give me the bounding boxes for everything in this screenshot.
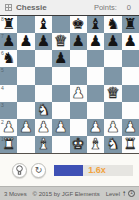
square-d7[interactable]: ♛ bbox=[52, 33, 69, 50]
app-grid-icon bbox=[5, 4, 12, 11]
square-f1[interactable]: ♝ bbox=[87, 136, 104, 153]
white-pawn-a2[interactable]: ♟ bbox=[0, 119, 17, 136]
white-rook-a1[interactable]: ♜ bbox=[0, 136, 17, 153]
square-d6[interactable]: ♟ bbox=[52, 50, 69, 67]
square-e6[interactable] bbox=[70, 50, 87, 67]
square-f8[interactable]: ♝ bbox=[87, 16, 104, 33]
square-c8[interactable]: ♝ bbox=[35, 16, 52, 33]
status-bar: 3 Moves © 2015 by JGF Elements Level ↑ 1 bbox=[0, 186, 139, 200]
square-g5[interactable] bbox=[104, 67, 121, 84]
white-knight-g1[interactable]: ♞ bbox=[104, 136, 121, 153]
square-h8[interactable]: ♜ bbox=[122, 16, 139, 33]
level-label: Level bbox=[106, 191, 120, 197]
level-up-icon: ↑ bbox=[122, 190, 126, 198]
square-e8[interactable]: ♚ bbox=[70, 16, 87, 33]
square-h3[interactable] bbox=[122, 102, 139, 119]
square-a2[interactable]: 2♟ bbox=[0, 119, 17, 136]
black-pawn-a7[interactable]: ♟ bbox=[0, 33, 17, 50]
square-f2[interactable]: ♟ bbox=[87, 119, 104, 136]
square-a4[interactable]: 4 bbox=[0, 85, 17, 102]
square-c1[interactable]: ♝ bbox=[35, 136, 52, 153]
square-d3[interactable] bbox=[52, 102, 69, 119]
title-bar: Chessie Points: 0 bbox=[0, 0, 139, 15]
square-e7[interactable]: ♟ bbox=[70, 33, 87, 50]
points-value: 0 bbox=[127, 3, 131, 12]
rank-label-5: 5 bbox=[1, 67, 4, 73]
square-h1[interactable]: ♜ bbox=[122, 136, 139, 153]
black-pawn-h7[interactable]: ♟ bbox=[122, 33, 139, 50]
square-c2[interactable]: ♟ bbox=[35, 119, 52, 136]
moves-counter: 3 Moves bbox=[4, 191, 27, 197]
white-queen-g4[interactable]: ♛ bbox=[104, 85, 121, 102]
points-group: Points: 0 bbox=[94, 3, 134, 12]
copyright-text: © 2015 by JGF Elements bbox=[27, 191, 106, 197]
points-label: Points: bbox=[94, 3, 117, 12]
square-e1[interactable]: ♚ bbox=[70, 136, 87, 153]
hint-button[interactable] bbox=[12, 163, 27, 178]
square-a1[interactable]: 1♜ bbox=[0, 136, 17, 153]
black-pawn-b7[interactable]: ♟ bbox=[17, 33, 34, 50]
square-b4[interactable] bbox=[17, 85, 34, 102]
level-badge: 1 bbox=[128, 190, 135, 197]
chessie-app: Chessie Points: 0 8♜♝♚♝♞♜7♟♟♟♛♟♟♟♟6♞♟54♟… bbox=[0, 0, 139, 200]
black-pawn-g7[interactable]: ♟ bbox=[104, 33, 121, 50]
square-d1[interactable] bbox=[52, 136, 69, 153]
square-g7[interactable]: ♟ bbox=[104, 33, 121, 50]
square-a5[interactable]: 5 bbox=[0, 67, 17, 84]
app-title: Chessie bbox=[16, 3, 47, 12]
white-pawn-d2[interactable]: ♟ bbox=[52, 119, 69, 136]
square-e2[interactable] bbox=[70, 119, 87, 136]
black-bishop-f8[interactable]: ♝ bbox=[87, 16, 104, 33]
square-a7[interactable]: 7♟ bbox=[0, 33, 17, 50]
black-rook-a8[interactable]: ♜ bbox=[0, 16, 17, 33]
square-d5[interactable] bbox=[52, 67, 69, 84]
rank-label-3: 3 bbox=[1, 102, 4, 108]
square-b8[interactable] bbox=[17, 16, 34, 33]
level-group[interactable]: Level ↑ 1 bbox=[106, 190, 135, 198]
black-king-e8[interactable]: ♚ bbox=[70, 16, 87, 33]
square-d2[interactable]: ♟ bbox=[52, 119, 69, 136]
square-g2[interactable]: ♟ bbox=[104, 119, 121, 136]
white-pawn-b2[interactable]: ♟ bbox=[17, 119, 34, 136]
restart-icon: ↻ bbox=[35, 166, 43, 175]
square-a8[interactable]: 8♜ bbox=[0, 16, 17, 33]
square-b5[interactable] bbox=[17, 67, 34, 84]
square-h2[interactable]: ♟ bbox=[122, 119, 139, 136]
progress-bar: 1.6x bbox=[54, 165, 133, 176]
square-f5[interactable] bbox=[87, 67, 104, 84]
black-rook-h8[interactable]: ♜ bbox=[122, 16, 139, 33]
square-c7[interactable]: ♟ bbox=[35, 33, 52, 50]
square-c3[interactable]: ♞ bbox=[35, 102, 52, 119]
progress-fill bbox=[54, 165, 83, 176]
white-pawn-e4[interactable]: ♟ bbox=[70, 85, 87, 102]
white-pawn-h2[interactable]: ♟ bbox=[122, 119, 139, 136]
square-g3[interactable] bbox=[104, 102, 121, 119]
square-b7[interactable]: ♟ bbox=[17, 33, 34, 50]
multiplier-label: 1.6x bbox=[83, 165, 106, 176]
black-knight-a6[interactable]: ♞ bbox=[0, 50, 17, 67]
chess-board: 8♜♝♚♝♞♜7♟♟♟♛♟♟♟♟6♞♟54♟♛3♞2♟♟♟♟♟♟♟1♜♝♚♝♞♜ bbox=[0, 15, 139, 154]
white-king-e1[interactable]: ♚ bbox=[70, 136, 87, 153]
square-h5[interactable] bbox=[122, 67, 139, 84]
black-pawn-c7[interactable]: ♟ bbox=[35, 33, 52, 50]
black-pawn-d6[interactable]: ♟ bbox=[52, 50, 69, 67]
controls-bar: ↻ 1.6x bbox=[0, 154, 139, 186]
square-g6[interactable] bbox=[104, 50, 121, 67]
square-b6[interactable] bbox=[17, 50, 34, 67]
square-c5[interactable] bbox=[35, 67, 52, 84]
square-f3[interactable] bbox=[87, 102, 104, 119]
square-c4[interactable] bbox=[35, 85, 52, 102]
white-knight-c3[interactable]: ♞ bbox=[35, 102, 52, 119]
square-a3[interactable]: 3 bbox=[0, 102, 17, 119]
square-e3[interactable] bbox=[70, 102, 87, 119]
square-h4[interactable] bbox=[122, 85, 139, 102]
rank-label-4: 4 bbox=[1, 85, 4, 91]
white-queen-d7[interactable]: ♛ bbox=[52, 33, 69, 50]
white-bishop-c1[interactable]: ♝ bbox=[35, 136, 52, 153]
square-b3[interactable] bbox=[17, 102, 34, 119]
square-c6[interactable] bbox=[35, 50, 52, 67]
square-f4[interactable] bbox=[87, 85, 104, 102]
square-d8[interactable] bbox=[52, 16, 69, 33]
square-d4[interactable] bbox=[52, 85, 69, 102]
white-pawn-f2[interactable]: ♟ bbox=[87, 119, 104, 136]
black-pawn-f7[interactable]: ♟ bbox=[87, 33, 104, 50]
black-pawn-e7[interactable]: ♟ bbox=[70, 33, 87, 50]
square-g1[interactable]: ♞ bbox=[104, 136, 121, 153]
square-f7[interactable]: ♟ bbox=[87, 33, 104, 50]
square-e5[interactable] bbox=[70, 67, 87, 84]
square-b1[interactable] bbox=[17, 136, 34, 153]
square-h7[interactable]: ♟ bbox=[122, 33, 139, 50]
square-h6[interactable] bbox=[122, 50, 139, 67]
restart-button[interactable]: ↻ bbox=[31, 163, 46, 178]
square-a6[interactable]: 6♞ bbox=[0, 50, 17, 67]
white-rook-h1[interactable]: ♜ bbox=[122, 136, 139, 153]
square-b2[interactable]: ♟ bbox=[17, 119, 34, 136]
square-e4[interactable]: ♟ bbox=[70, 85, 87, 102]
square-g4[interactable]: ♛ bbox=[104, 85, 121, 102]
square-g8[interactable]: ♞ bbox=[104, 16, 121, 33]
black-knight-g8[interactable]: ♞ bbox=[104, 16, 121, 33]
black-bishop-c8[interactable]: ♝ bbox=[35, 16, 52, 33]
white-pawn-c2[interactable]: ♟ bbox=[35, 119, 52, 136]
white-pawn-g2[interactable]: ♟ bbox=[104, 119, 121, 136]
lightbulb-icon bbox=[15, 165, 24, 175]
square-f6[interactable] bbox=[87, 50, 104, 67]
white-bishop-f1[interactable]: ♝ bbox=[87, 136, 104, 153]
